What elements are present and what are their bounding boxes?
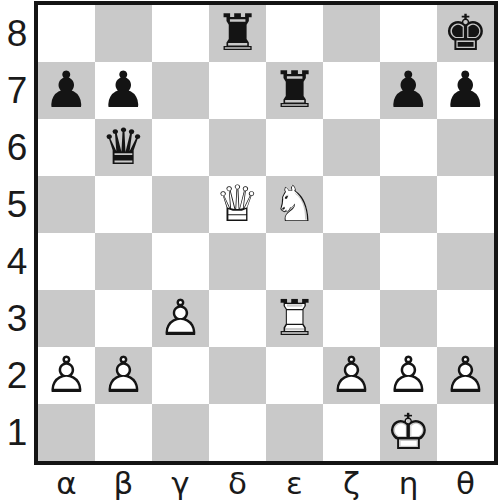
square-α1[interactable] [38, 404, 95, 461]
white-pawn-fill: ♟ [38, 347, 95, 404]
white-knight-icon: ♘ [266, 176, 323, 233]
square-θ7[interactable]: ♟ [437, 62, 494, 119]
rank-label-8: 8 [0, 5, 34, 62]
black-pawn-icon: ♟ [437, 62, 494, 119]
square-β3[interactable] [95, 290, 152, 347]
square-δ3[interactable] [209, 290, 266, 347]
white-pawn-fill: ♟ [95, 347, 152, 404]
square-γ8[interactable] [152, 5, 209, 62]
square-θ8[interactable]: ♚ [437, 5, 494, 62]
square-θ1[interactable] [437, 404, 494, 461]
file-label-θ: θ [437, 464, 494, 501]
square-ε2[interactable] [266, 347, 323, 404]
rank-label-7: 7 [0, 62, 34, 119]
black-pawn-icon: ♟ [95, 62, 152, 119]
square-γ6[interactable] [152, 119, 209, 176]
square-η2[interactable]: ♟♙ [380, 347, 437, 404]
square-δ7[interactable] [209, 62, 266, 119]
square-γ5[interactable] [152, 176, 209, 233]
square-ζ1[interactable] [323, 404, 380, 461]
square-ζ8[interactable] [323, 5, 380, 62]
white-pawn-fill: ♟ [437, 347, 494, 404]
square-α6[interactable] [38, 119, 95, 176]
square-δ4[interactable] [209, 233, 266, 290]
square-δ8[interactable]: ♜ [209, 5, 266, 62]
square-ζ4[interactable] [323, 233, 380, 290]
file-label-γ: γ [152, 464, 209, 501]
square-η7[interactable]: ♟ [380, 62, 437, 119]
square-δ6[interactable] [209, 119, 266, 176]
white-pawn-fill: ♟ [323, 347, 380, 404]
square-η3[interactable] [380, 290, 437, 347]
square-ε3[interactable]: ♜♖ [266, 290, 323, 347]
black-king-icon: ♚ [437, 5, 494, 62]
square-δ5[interactable]: ♛♕ [209, 176, 266, 233]
white-rook-icon: ♖ [266, 290, 323, 347]
square-ζ3[interactable] [323, 290, 380, 347]
white-king-fill: ♚ [380, 404, 437, 461]
square-η4[interactable] [380, 233, 437, 290]
white-queen-fill: ♛ [209, 176, 266, 233]
white-king-icon: ♔ [380, 404, 437, 461]
square-γ1[interactable] [152, 404, 209, 461]
square-θ3[interactable] [437, 290, 494, 347]
square-ζ5[interactable] [323, 176, 380, 233]
rank-labels: 87654321 [0, 5, 34, 461]
rank-label-6: 6 [0, 119, 34, 176]
square-β6[interactable]: ♛ [95, 119, 152, 176]
square-α8[interactable] [38, 5, 95, 62]
square-β1[interactable] [95, 404, 152, 461]
square-β4[interactable] [95, 233, 152, 290]
square-α2[interactable]: ♟♙ [38, 347, 95, 404]
square-β5[interactable] [95, 176, 152, 233]
white-pawn-icon: ♙ [38, 347, 95, 404]
square-α7[interactable]: ♟ [38, 62, 95, 119]
square-θ2[interactable]: ♟♙ [437, 347, 494, 404]
chess-diagram: 87654321 ♜♚♟♟♜♟♟♛♛♕♞♘♟♙♜♖♟♙♟♙♟♙♟♙♟♙♚♔ αβ… [0, 0, 500, 501]
file-label-ζ: ζ [323, 464, 380, 501]
square-α5[interactable] [38, 176, 95, 233]
white-pawn-fill: ♟ [380, 347, 437, 404]
file-label-ε: ε [266, 464, 323, 501]
black-pawn-icon: ♟ [380, 62, 437, 119]
rank-label-1: 1 [0, 404, 34, 461]
square-ε6[interactable] [266, 119, 323, 176]
square-β8[interactable] [95, 5, 152, 62]
white-pawn-icon: ♙ [380, 347, 437, 404]
square-ζ6[interactable] [323, 119, 380, 176]
square-ε1[interactable] [266, 404, 323, 461]
rank-label-4: 4 [0, 233, 34, 290]
square-ε7[interactable]: ♜ [266, 62, 323, 119]
white-pawn-fill: ♟ [152, 290, 209, 347]
white-knight-fill: ♞ [266, 176, 323, 233]
square-γ3[interactable]: ♟♙ [152, 290, 209, 347]
square-ε5[interactable]: ♞♘ [266, 176, 323, 233]
file-label-η: η [380, 464, 437, 501]
square-γ2[interactable] [152, 347, 209, 404]
file-label-δ: δ [209, 464, 266, 501]
black-queen-icon: ♛ [95, 119, 152, 176]
chess-board: ♜♚♟♟♜♟♟♛♛♕♞♘♟♙♜♖♟♙♟♙♟♙♟♙♟♙♚♔ [34, 1, 498, 465]
file-label-α: α [38, 464, 95, 501]
square-η1[interactable]: ♚♔ [380, 404, 437, 461]
rank-label-3: 3 [0, 290, 34, 347]
square-η8[interactable] [380, 5, 437, 62]
rank-label-5: 5 [0, 176, 34, 233]
square-α4[interactable] [38, 233, 95, 290]
square-θ6[interactable] [437, 119, 494, 176]
white-pawn-icon: ♙ [152, 290, 209, 347]
square-γ7[interactable] [152, 62, 209, 119]
file-labels: αβγδεζηθ [38, 464, 494, 501]
square-ε8[interactable] [266, 5, 323, 62]
square-ζ7[interactable] [323, 62, 380, 119]
square-ζ2[interactable]: ♟♙ [323, 347, 380, 404]
black-pawn-icon: ♟ [38, 62, 95, 119]
square-δ1[interactable] [209, 404, 266, 461]
square-δ2[interactable] [209, 347, 266, 404]
square-θ5[interactable] [437, 176, 494, 233]
white-queen-icon: ♕ [209, 176, 266, 233]
white-pawn-icon: ♙ [95, 347, 152, 404]
white-pawn-icon: ♙ [323, 347, 380, 404]
file-label-β: β [95, 464, 152, 501]
white-rook-fill: ♜ [266, 290, 323, 347]
square-β2[interactable]: ♟♙ [95, 347, 152, 404]
square-γ4[interactable] [152, 233, 209, 290]
square-ε4[interactable] [266, 233, 323, 290]
rank-label-2: 2 [0, 347, 34, 404]
square-η6[interactable] [380, 119, 437, 176]
square-α3[interactable] [38, 290, 95, 347]
square-β7[interactable]: ♟ [95, 62, 152, 119]
black-rook-icon: ♜ [209, 5, 266, 62]
white-pawn-icon: ♙ [437, 347, 494, 404]
black-rook-icon: ♜ [266, 62, 323, 119]
square-η5[interactable] [380, 176, 437, 233]
square-θ4[interactable] [437, 233, 494, 290]
